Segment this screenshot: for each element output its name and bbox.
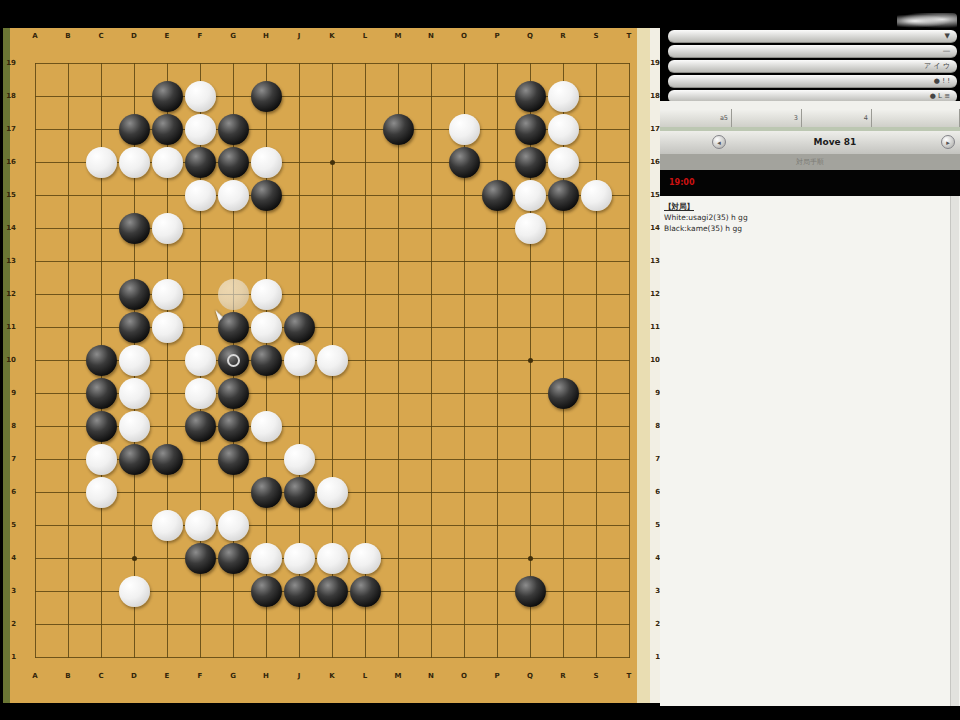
col-label-bottom: L (357, 671, 373, 681)
stone-white (152, 279, 183, 310)
col-label-top: T (621, 31, 637, 41)
stone-white (86, 477, 117, 508)
row-label-left: 4 (3, 553, 16, 563)
move-nav-title: Move 81 (740, 131, 930, 154)
col-label-top: N (423, 31, 439, 41)
row-label-right: 3 (647, 586, 660, 596)
row-label-right: 8 (647, 421, 660, 431)
stone-white (185, 114, 216, 145)
stone-white (251, 147, 282, 178)
stone-black (152, 114, 183, 145)
col-label-top: L (357, 31, 373, 41)
stone-black (86, 411, 117, 442)
stone-black (317, 576, 348, 607)
stone-white (185, 510, 216, 541)
col-label-top: S (588, 31, 604, 41)
stone-white (515, 213, 546, 244)
row-label-right: 19 (647, 58, 660, 68)
stone-black (515, 576, 546, 607)
col-label-bottom: A (27, 671, 43, 681)
stone-black (383, 114, 414, 145)
stone-white (350, 543, 381, 574)
stone-black (218, 543, 249, 574)
stone-white (251, 411, 282, 442)
stone-black (515, 114, 546, 145)
col-label-top: D (126, 31, 142, 41)
header-cell-0[interactable]: a5 (660, 109, 732, 127)
row-label-right: 9 (647, 388, 660, 398)
stone-black (152, 81, 183, 112)
row-label-left: 8 (3, 421, 16, 431)
stone-black (86, 345, 117, 376)
stone-black (218, 411, 249, 442)
stone-white (251, 543, 282, 574)
grid-line-v (596, 63, 597, 658)
row-label-left: 5 (3, 520, 16, 530)
row-label-left: 12 (3, 289, 16, 299)
stone-white (185, 81, 216, 112)
stone-black (218, 378, 249, 409)
ghost-stone-white[interactable] (218, 279, 249, 310)
next-move-button[interactable]: ▸ (941, 135, 955, 149)
col-label-bottom: N (423, 671, 439, 681)
row-label-right: 7 (647, 454, 660, 464)
col-label-bottom: F (192, 671, 208, 681)
stone-white (218, 180, 249, 211)
stone-black (251, 81, 282, 112)
dropdown-bar-0[interactable]: ▼ (668, 30, 957, 43)
star-point (528, 556, 533, 561)
row-label-left: 15 (3, 190, 16, 200)
app-window: AABBCCDDEEFFGGHHJJKKLLMMNNOOPPQQRRSSTT19… (0, 0, 960, 720)
col-label-top: H (258, 31, 274, 41)
dropdown-bar-2[interactable]: ア イ ウ (668, 60, 957, 73)
stone-white (449, 114, 480, 145)
row-label-left: 10 (3, 355, 16, 365)
row-label-right: 6 (647, 487, 660, 497)
panel-header-row: a534 (660, 109, 960, 127)
stone-black (284, 576, 315, 607)
col-label-top: F (192, 31, 208, 41)
col-label-bottom: P (489, 671, 505, 681)
last-move-marker (227, 354, 240, 367)
stone-white (119, 378, 150, 409)
stone-black (284, 477, 315, 508)
col-label-bottom: H (258, 671, 274, 681)
status-clock-text: 19:00 (669, 170, 694, 196)
col-label-top: P (489, 31, 505, 41)
col-label-top: A (27, 31, 43, 41)
grid-line-h (35, 657, 630, 658)
grid-line-v (398, 63, 399, 658)
header-cell-1[interactable]: 3 (732, 109, 802, 127)
col-label-bottom: K (324, 671, 340, 681)
stone-black (152, 444, 183, 475)
stone-white (317, 345, 348, 376)
stone-black (185, 411, 216, 442)
compression-artifact (897, 13, 957, 29)
stone-white (284, 543, 315, 574)
stone-white (548, 81, 579, 112)
stone-black (482, 180, 513, 211)
stone-black (119, 444, 150, 475)
grid-line-v (629, 63, 630, 658)
col-label-bottom: Q (522, 671, 538, 681)
col-label-top: R (555, 31, 571, 41)
row-label-left: 14 (3, 223, 16, 233)
stone-black (251, 477, 282, 508)
status-strip: 19:00 (660, 170, 960, 196)
row-label-right: 16 (647, 157, 660, 167)
stone-black (218, 147, 249, 178)
star-point (528, 358, 533, 363)
row-label-left: 7 (3, 454, 16, 464)
stone-black (86, 378, 117, 409)
stone-white (86, 147, 117, 178)
stone-white (548, 147, 579, 178)
stone-black-last-move (218, 345, 249, 376)
log-line-0: 【対局】 (660, 201, 960, 212)
log-line-1: White:usagi2(35) h gg (660, 212, 960, 223)
grid-line-h (35, 525, 630, 526)
col-label-bottom: D (126, 671, 142, 681)
col-label-bottom: T (621, 671, 637, 681)
stone-black (350, 576, 381, 607)
stone-black (218, 444, 249, 475)
col-label-top: K (324, 31, 340, 41)
star-point (132, 556, 137, 561)
col-label-bottom: C (93, 671, 109, 681)
header-cell-3[interactable] (872, 109, 960, 127)
row-label-left: 3 (3, 586, 16, 596)
stone-white (284, 345, 315, 376)
col-label-top: B (60, 31, 76, 41)
dropdown-bar-3[interactable]: ● ! ! (668, 75, 957, 88)
stone-black (284, 312, 315, 343)
row-label-right: 4 (647, 553, 660, 563)
stone-white (119, 411, 150, 442)
grid-line-h (35, 624, 630, 625)
stone-white (251, 279, 282, 310)
stone-white (317, 477, 348, 508)
row-label-left: 9 (3, 388, 16, 398)
col-label-top: J (291, 31, 307, 41)
stone-white (185, 180, 216, 211)
row-label-right: 11 (647, 322, 660, 332)
stone-white (119, 576, 150, 607)
prev-move-button[interactable]: ◂ (712, 135, 726, 149)
grid-line-v (431, 63, 432, 658)
stone-white (284, 444, 315, 475)
stone-white (548, 114, 579, 145)
stone-white (515, 180, 546, 211)
row-label-right: 13 (647, 256, 660, 266)
stone-white (185, 345, 216, 376)
stone-black (251, 576, 282, 607)
mouse-cursor (215, 309, 223, 322)
stone-black (251, 180, 282, 211)
col-label-bottom: S (588, 671, 604, 681)
row-label-left: 13 (3, 256, 16, 266)
col-label-top: E (159, 31, 175, 41)
stone-white (251, 312, 282, 343)
stone-white (185, 378, 216, 409)
stone-black (119, 279, 150, 310)
stone-black (218, 114, 249, 145)
stone-black (119, 213, 150, 244)
stone-black (548, 180, 579, 211)
row-label-right: 17 (647, 124, 660, 134)
stone-white (317, 543, 348, 574)
stone-white (152, 147, 183, 178)
row-label-left: 1 (3, 652, 16, 662)
dropdown-bar-1[interactable]: ― (668, 45, 957, 58)
row-label-left: 11 (3, 322, 16, 332)
log-scrollbar[interactable] (950, 196, 959, 706)
stone-white (119, 147, 150, 178)
row-label-right: 14 (647, 223, 660, 233)
row-label-right: 18 (647, 91, 660, 101)
stone-black (185, 147, 216, 178)
stone-white (152, 510, 183, 541)
row-label-left: 17 (3, 124, 16, 134)
row-label-left: 19 (3, 58, 16, 68)
stone-black (449, 147, 480, 178)
stone-white (86, 444, 117, 475)
row-label-right: 12 (647, 289, 660, 299)
col-label-bottom: B (60, 671, 76, 681)
row-label-right: 10 (647, 355, 660, 365)
col-label-top: M (390, 31, 406, 41)
row-label-right: 1 (647, 652, 660, 662)
stone-white (218, 510, 249, 541)
go-board[interactable]: AABBCCDDEEFFGGHHJJKKLLMMNNOOPPQQRRSSTT19… (3, 28, 660, 703)
col-label-bottom: E (159, 671, 175, 681)
game-log-area: 【対局】White:usagi2(35) h ggBlack:kame(35) … (660, 196, 960, 706)
panel-sub-bar: 対局手順 (660, 154, 960, 170)
col-label-top: O (456, 31, 472, 41)
stone-black (251, 345, 282, 376)
stone-white (152, 312, 183, 343)
col-label-bottom: O (456, 671, 472, 681)
header-cell-2[interactable]: 4 (802, 109, 872, 127)
row-label-right: 15 (647, 190, 660, 200)
stone-black (515, 147, 546, 178)
stone-black (119, 114, 150, 145)
col-label-top: Q (522, 31, 538, 41)
col-label-bottom: M (390, 671, 406, 681)
row-label-right: 2 (647, 619, 660, 629)
stone-black (119, 312, 150, 343)
row-label-left: 18 (3, 91, 16, 101)
log-line-2: Black:kame(35) h gg (660, 223, 960, 234)
stone-black (185, 543, 216, 574)
col-label-top: G (225, 31, 241, 41)
row-label-left: 16 (3, 157, 16, 167)
row-label-right: 5 (647, 520, 660, 530)
stone-black (548, 378, 579, 409)
star-point (330, 160, 335, 165)
stone-white (119, 345, 150, 376)
stone-white (581, 180, 612, 211)
row-label-left: 6 (3, 487, 16, 497)
col-label-bottom: R (555, 671, 571, 681)
grid-line-v (497, 63, 498, 658)
stone-black (515, 81, 546, 112)
panel-spacer (660, 101, 960, 109)
col-label-bottom: G (225, 671, 241, 681)
col-label-bottom: J (291, 671, 307, 681)
row-label-left: 2 (3, 619, 16, 629)
stone-white (152, 213, 183, 244)
col-label-top: C (93, 31, 109, 41)
